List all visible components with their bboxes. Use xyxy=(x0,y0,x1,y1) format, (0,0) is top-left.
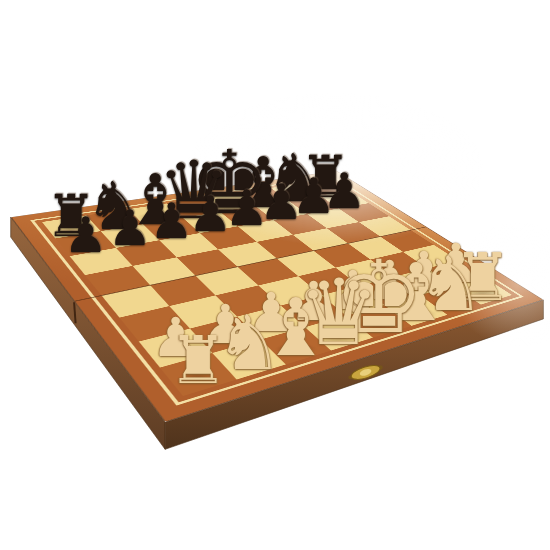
piece-black-pawn[interactable]: ♟ xyxy=(61,211,110,260)
piece-white-rook[interactable]: ♜ xyxy=(165,328,231,394)
product-photo-scene: ♜♞♝♟♚♟♛♟♝♟♞♟♜♟♟♟♟♟♟♜♞♟♝♟♚♟♛♟♝♟♞♜ xyxy=(0,0,550,550)
piece-black-pawn[interactable]: ♟ xyxy=(106,204,155,253)
